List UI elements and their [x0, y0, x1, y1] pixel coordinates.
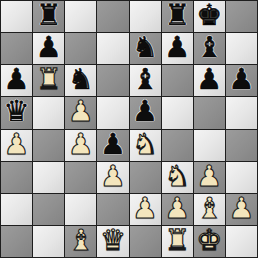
- square-f1[interactable]: ♜: [162, 226, 193, 257]
- square-a4[interactable]: ♟: [1, 130, 32, 161]
- square-c7[interactable]: [65, 33, 96, 64]
- square-d4[interactable]: ♟: [97, 130, 128, 161]
- white-pawn[interactable]: ♟: [228, 194, 254, 223]
- square-c4[interactable]: ♟: [65, 130, 96, 161]
- square-a6[interactable]: ♟: [1, 65, 32, 96]
- square-c2[interactable]: [65, 194, 96, 225]
- square-b3[interactable]: [33, 162, 64, 193]
- square-b6[interactable]: ♜: [33, 65, 64, 96]
- square-a5[interactable]: ♛: [1, 97, 32, 128]
- square-g7[interactable]: ♝: [194, 33, 225, 64]
- square-g1[interactable]: ♚: [194, 226, 225, 257]
- white-bishop[interactable]: ♝: [196, 194, 222, 223]
- black-king[interactable]: ♚: [196, 1, 222, 30]
- square-e4[interactable]: ♞: [130, 130, 161, 161]
- square-g5[interactable]: [194, 97, 225, 128]
- black-pawn[interactable]: ♟: [36, 33, 62, 62]
- square-f7[interactable]: ♟: [162, 33, 193, 64]
- square-a2[interactable]: [1, 194, 32, 225]
- chess-board: ♜♜♚♟♞♟♝♟♜♞♝♟♟♛♟♟♟♟♟♞♟♞♟♟♟♝♟♝♛♜♚: [0, 0, 258, 258]
- square-d2[interactable]: [97, 194, 128, 225]
- square-b8[interactable]: ♜: [33, 1, 64, 32]
- square-h5[interactable]: [226, 97, 257, 128]
- square-c6[interactable]: ♞: [65, 65, 96, 96]
- square-f6[interactable]: [162, 65, 193, 96]
- square-g6[interactable]: ♟: [194, 65, 225, 96]
- square-c3[interactable]: [65, 162, 96, 193]
- square-g3[interactable]: ♟: [194, 162, 225, 193]
- square-g8[interactable]: ♚: [194, 1, 225, 32]
- black-pawn[interactable]: ♟: [132, 97, 158, 126]
- white-pawn[interactable]: ♟: [100, 162, 126, 191]
- square-c1[interactable]: ♝: [65, 226, 96, 257]
- square-b5[interactable]: [33, 97, 64, 128]
- black-pawn[interactable]: ♟: [196, 65, 222, 94]
- square-h7[interactable]: [226, 33, 257, 64]
- black-rook[interactable]: ♜: [164, 1, 190, 30]
- white-pawn[interactable]: ♟: [4, 130, 30, 159]
- square-e7[interactable]: ♞: [130, 33, 161, 64]
- square-e3[interactable]: [130, 162, 161, 193]
- square-b2[interactable]: [33, 194, 64, 225]
- white-pawn[interactable]: ♟: [164, 194, 190, 223]
- black-rook[interactable]: ♜: [36, 1, 62, 30]
- black-pawn[interactable]: ♟: [228, 65, 254, 94]
- black-bishop[interactable]: ♝: [196, 33, 222, 62]
- white-bishop[interactable]: ♝: [68, 226, 94, 255]
- square-a7[interactable]: [1, 33, 32, 64]
- black-knight[interactable]: ♞: [132, 33, 158, 62]
- square-h2[interactable]: ♟: [226, 194, 257, 225]
- square-e2[interactable]: ♟: [130, 194, 161, 225]
- white-pawn[interactable]: ♟: [132, 194, 158, 223]
- square-d8[interactable]: [97, 1, 128, 32]
- black-pawn[interactable]: ♟: [164, 33, 190, 62]
- square-h4[interactable]: [226, 130, 257, 161]
- black-pawn[interactable]: ♟: [4, 65, 30, 94]
- square-e6[interactable]: ♝: [130, 65, 161, 96]
- white-pawn[interactable]: ♟: [68, 97, 94, 126]
- white-knight[interactable]: ♞: [164, 162, 190, 191]
- square-a8[interactable]: [1, 1, 32, 32]
- square-g4[interactable]: [194, 130, 225, 161]
- white-rook[interactable]: ♜: [164, 226, 190, 255]
- square-c8[interactable]: [65, 1, 96, 32]
- square-h8[interactable]: [226, 1, 257, 32]
- square-b1[interactable]: [33, 226, 64, 257]
- square-f3[interactable]: ♞: [162, 162, 193, 193]
- square-d3[interactable]: ♟: [97, 162, 128, 193]
- square-d1[interactable]: ♛: [97, 226, 128, 257]
- black-queen[interactable]: ♛: [4, 97, 30, 126]
- square-f4[interactable]: [162, 130, 193, 161]
- white-queen[interactable]: ♛: [100, 226, 126, 255]
- black-knight[interactable]: ♞: [68, 65, 94, 94]
- square-h6[interactable]: ♟: [226, 65, 257, 96]
- square-d6[interactable]: [97, 65, 128, 96]
- square-e5[interactable]: ♟: [130, 97, 161, 128]
- square-a1[interactable]: [1, 226, 32, 257]
- square-a3[interactable]: [1, 162, 32, 193]
- square-f2[interactable]: ♟: [162, 194, 193, 225]
- white-knight[interactable]: ♞: [132, 130, 158, 159]
- square-d5[interactable]: [97, 97, 128, 128]
- square-h3[interactable]: [226, 162, 257, 193]
- square-d7[interactable]: [97, 33, 128, 64]
- square-c5[interactable]: ♟: [65, 97, 96, 128]
- square-b7[interactable]: ♟: [33, 33, 64, 64]
- black-bishop[interactable]: ♝: [132, 65, 158, 94]
- square-f8[interactable]: ♜: [162, 1, 193, 32]
- white-pawn[interactable]: ♟: [196, 162, 222, 191]
- square-f5[interactable]: [162, 97, 193, 128]
- square-e8[interactable]: [130, 1, 161, 32]
- square-g2[interactable]: ♝: [194, 194, 225, 225]
- white-rook[interactable]: ♜: [36, 65, 62, 94]
- white-pawn[interactable]: ♟: [68, 130, 94, 159]
- square-h1[interactable]: [226, 226, 257, 257]
- square-b4[interactable]: [33, 130, 64, 161]
- white-king[interactable]: ♚: [196, 226, 222, 255]
- square-e1[interactable]: [130, 226, 161, 257]
- black-pawn[interactable]: ♟: [100, 130, 126, 159]
